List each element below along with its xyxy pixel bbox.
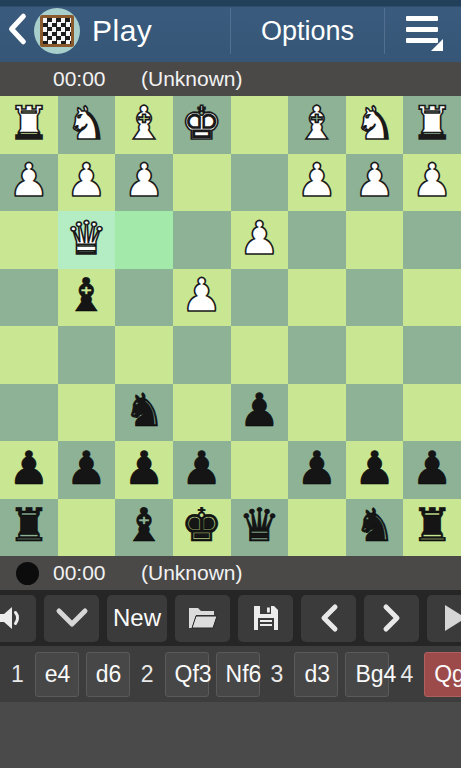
black-player-name: (Unknown)	[141, 561, 243, 585]
back-button[interactable]	[0, 0, 34, 62]
white-knight-g1: ♞	[66, 100, 107, 146]
square-h6[interactable]	[0, 384, 58, 442]
move-chip-d3[interactable]: d3	[294, 652, 338, 697]
square-g2[interactable]: ♟	[58, 154, 116, 212]
white-bishop-c1: ♝	[296, 100, 337, 146]
white-pawn-b2: ♟	[354, 157, 395, 203]
black-clock: 00:00	[53, 561, 115, 585]
move-chip-Qg3[interactable]: Qg3	[424, 652, 461, 697]
save-button[interactable]	[238, 595, 293, 642]
square-c7[interactable]: ♟	[288, 441, 346, 499]
square-e2[interactable]	[173, 154, 231, 212]
square-d3[interactable]: ♟	[231, 211, 289, 269]
play-icon	[442, 603, 461, 633]
square-h7[interactable]: ♟	[0, 441, 58, 499]
white-pawn-d3: ♟	[239, 215, 280, 261]
square-h2[interactable]: ♟	[0, 154, 58, 212]
square-g8[interactable]	[58, 499, 116, 557]
square-d2[interactable]	[231, 154, 289, 212]
square-a4[interactable]	[403, 269, 461, 327]
white-rook-h1: ♜	[8, 100, 49, 146]
white-player-name: (Unknown)	[141, 67, 243, 91]
white-player-bar: 00:00 (Unknown)	[0, 62, 461, 96]
square-h3[interactable]	[0, 211, 58, 269]
square-a1[interactable]: ♜	[403, 96, 461, 154]
square-c2[interactable]: ♟	[288, 154, 346, 212]
white-pawn-a2: ♟	[412, 157, 453, 203]
black-knight-f6: ♞	[123, 387, 164, 433]
square-e4[interactable]: ♟	[173, 269, 231, 327]
move-chip-e4[interactable]: e4	[35, 652, 79, 697]
black-queen-d8: ♛	[239, 502, 280, 548]
black-pawn-b7: ♟	[354, 445, 395, 491]
white-bishop-f1: ♝	[123, 100, 164, 146]
square-e1[interactable]: ♚	[173, 96, 231, 154]
square-g3[interactable]: ♛	[58, 211, 116, 269]
square-a8[interactable]: ♜	[403, 499, 461, 557]
white-rook-a1: ♜	[412, 100, 453, 146]
black-player-bar: 00:00 (Unknown)	[0, 556, 461, 590]
square-b6[interactable]	[346, 384, 404, 442]
white-king-e1: ♚	[181, 100, 222, 146]
white-pawn-h2: ♟	[8, 157, 49, 203]
square-a6[interactable]	[403, 384, 461, 442]
black-pawn-f7: ♟	[123, 445, 164, 491]
options-button[interactable]: Options	[231, 0, 384, 62]
black-rook-h8: ♜	[8, 502, 49, 548]
bottom-panel	[0, 702, 461, 768]
white-queen-g3: ♛	[66, 215, 107, 261]
square-h4[interactable]	[0, 269, 58, 327]
move-number-4: 4	[400, 661, 413, 688]
move-chip-Bg4[interactable]: Bg4	[345, 652, 389, 697]
overflow-menu-icon	[406, 15, 440, 47]
square-e5[interactable]	[173, 326, 231, 384]
square-h5[interactable]	[0, 326, 58, 384]
black-pawn-a7: ♟	[412, 445, 453, 491]
square-d7[interactable]	[231, 441, 289, 499]
square-f5[interactable]	[115, 326, 173, 384]
white-pawn-g2: ♟	[66, 157, 107, 203]
square-b7[interactable]: ♟	[346, 441, 404, 499]
square-d4[interactable]	[231, 269, 289, 327]
square-b1[interactable]: ♞	[346, 96, 404, 154]
speaker-icon	[0, 604, 24, 632]
square-d8[interactable]: ♛	[231, 499, 289, 557]
square-g5[interactable]	[58, 326, 116, 384]
black-turn-indicator	[16, 562, 39, 585]
square-g7[interactable]: ♟	[58, 441, 116, 499]
black-pawn-d6: ♟	[239, 387, 280, 433]
square-c1[interactable]: ♝	[288, 96, 346, 154]
square-e3[interactable]	[173, 211, 231, 269]
square-a5[interactable]	[403, 326, 461, 384]
move-chip-d6[interactable]: d6	[86, 652, 130, 697]
square-a7[interactable]: ♟	[403, 441, 461, 499]
square-b3[interactable]	[346, 211, 404, 269]
chevron-right-icon	[381, 603, 403, 633]
square-a3[interactable]	[403, 211, 461, 269]
square-f8[interactable]: ♝	[115, 499, 173, 557]
square-f6[interactable]: ♞	[115, 384, 173, 442]
white-pawn-c2: ♟	[296, 157, 337, 203]
forward-move-button[interactable]	[364, 595, 419, 642]
square-c6[interactable]	[288, 384, 346, 442]
move-list[interactable]: 1e4d62Qf3Nf63d3Bg44Qg3	[0, 646, 461, 702]
collapse-button[interactable]	[44, 595, 99, 642]
folder-open-icon	[187, 605, 219, 631]
black-pawn-e7: ♟	[181, 445, 222, 491]
black-bishop-g4: ♝	[66, 272, 107, 318]
action-bar-divider	[384, 8, 385, 54]
black-pawn-g7: ♟	[66, 445, 107, 491]
chess-board[interactable]: ♜♞♝♚♝♞♜♟♟♟♟♟♟♛♟♝♟♞♟♟♟♟♟♟♟♟♜♝♚♛♞♜	[0, 96, 461, 556]
square-c3[interactable]	[288, 211, 346, 269]
square-h8[interactable]: ♜	[0, 499, 58, 557]
black-knight-b8: ♞	[354, 502, 395, 548]
move-chip-Qf3[interactable]: Qf3	[165, 652, 209, 697]
chevron-left-icon	[318, 603, 340, 633]
white-pawn-e4: ♟	[181, 272, 222, 318]
black-bishop-f8: ♝	[123, 502, 164, 548]
square-f2[interactable]: ♟	[115, 154, 173, 212]
square-h1[interactable]: ♜	[0, 96, 58, 154]
square-c5[interactable]	[288, 326, 346, 384]
overflow-menu-button[interactable]	[385, 0, 461, 62]
move-number-2: 2	[141, 661, 154, 688]
new-game-button[interactable]: New	[107, 595, 167, 642]
floppy-disk-icon	[252, 604, 280, 632]
square-g4[interactable]: ♝	[58, 269, 116, 327]
chevron-down-icon	[55, 607, 89, 629]
page-title: Play	[92, 14, 230, 48]
square-b4[interactable]	[346, 269, 404, 327]
square-e8[interactable]: ♚	[173, 499, 231, 557]
game-toolbar: New	[0, 590, 461, 646]
square-b8[interactable]: ♞	[346, 499, 404, 557]
white-knight-b1: ♞	[354, 100, 395, 146]
square-e7[interactable]: ♟	[173, 441, 231, 499]
action-bar: Play Options	[0, 0, 461, 62]
open-button[interactable]	[175, 595, 230, 642]
black-pawn-c7: ♟	[296, 445, 337, 491]
square-g6[interactable]	[58, 384, 116, 442]
back-chevron-icon	[7, 12, 27, 50]
square-c8[interactable]	[288, 499, 346, 557]
checkerboard-graphic	[40, 15, 74, 47]
square-f7[interactable]: ♟	[115, 441, 173, 499]
square-f4[interactable]	[115, 269, 173, 327]
action-bar-divider	[230, 8, 231, 54]
black-pawn-h7: ♟	[8, 445, 49, 491]
square-d1[interactable]	[231, 96, 289, 154]
square-a2[interactable]: ♟	[403, 154, 461, 212]
square-b5[interactable]	[346, 326, 404, 384]
chessboard-app-icon	[34, 8, 80, 54]
square-d6[interactable]: ♟	[231, 384, 289, 442]
square-b2[interactable]: ♟	[346, 154, 404, 212]
play-button[interactable]	[427, 595, 461, 642]
square-e6[interactable]	[173, 384, 231, 442]
move-number-1: 1	[11, 661, 24, 688]
move-number-3: 3	[271, 661, 284, 688]
chess-app-screen: Play Options 00:00 (Unknown) ♜♞♝♚♝♞♜♟♟♟♟…	[0, 0, 461, 768]
white-clock: 00:00	[53, 67, 115, 91]
move-chip-Nf6[interactable]: Nf6	[216, 652, 260, 697]
black-rook-a8: ♜	[412, 502, 453, 548]
black-king-e8: ♚	[181, 502, 222, 548]
square-f1[interactable]: ♝	[115, 96, 173, 154]
white-pawn-f2: ♟	[123, 157, 164, 203]
square-g1[interactable]: ♞	[58, 96, 116, 154]
square-c4[interactable]	[288, 269, 346, 327]
back-move-button[interactable]	[301, 595, 356, 642]
volume-button[interactable]	[0, 595, 36, 642]
square-f3[interactable]	[115, 211, 173, 269]
square-d5[interactable]	[231, 326, 289, 384]
